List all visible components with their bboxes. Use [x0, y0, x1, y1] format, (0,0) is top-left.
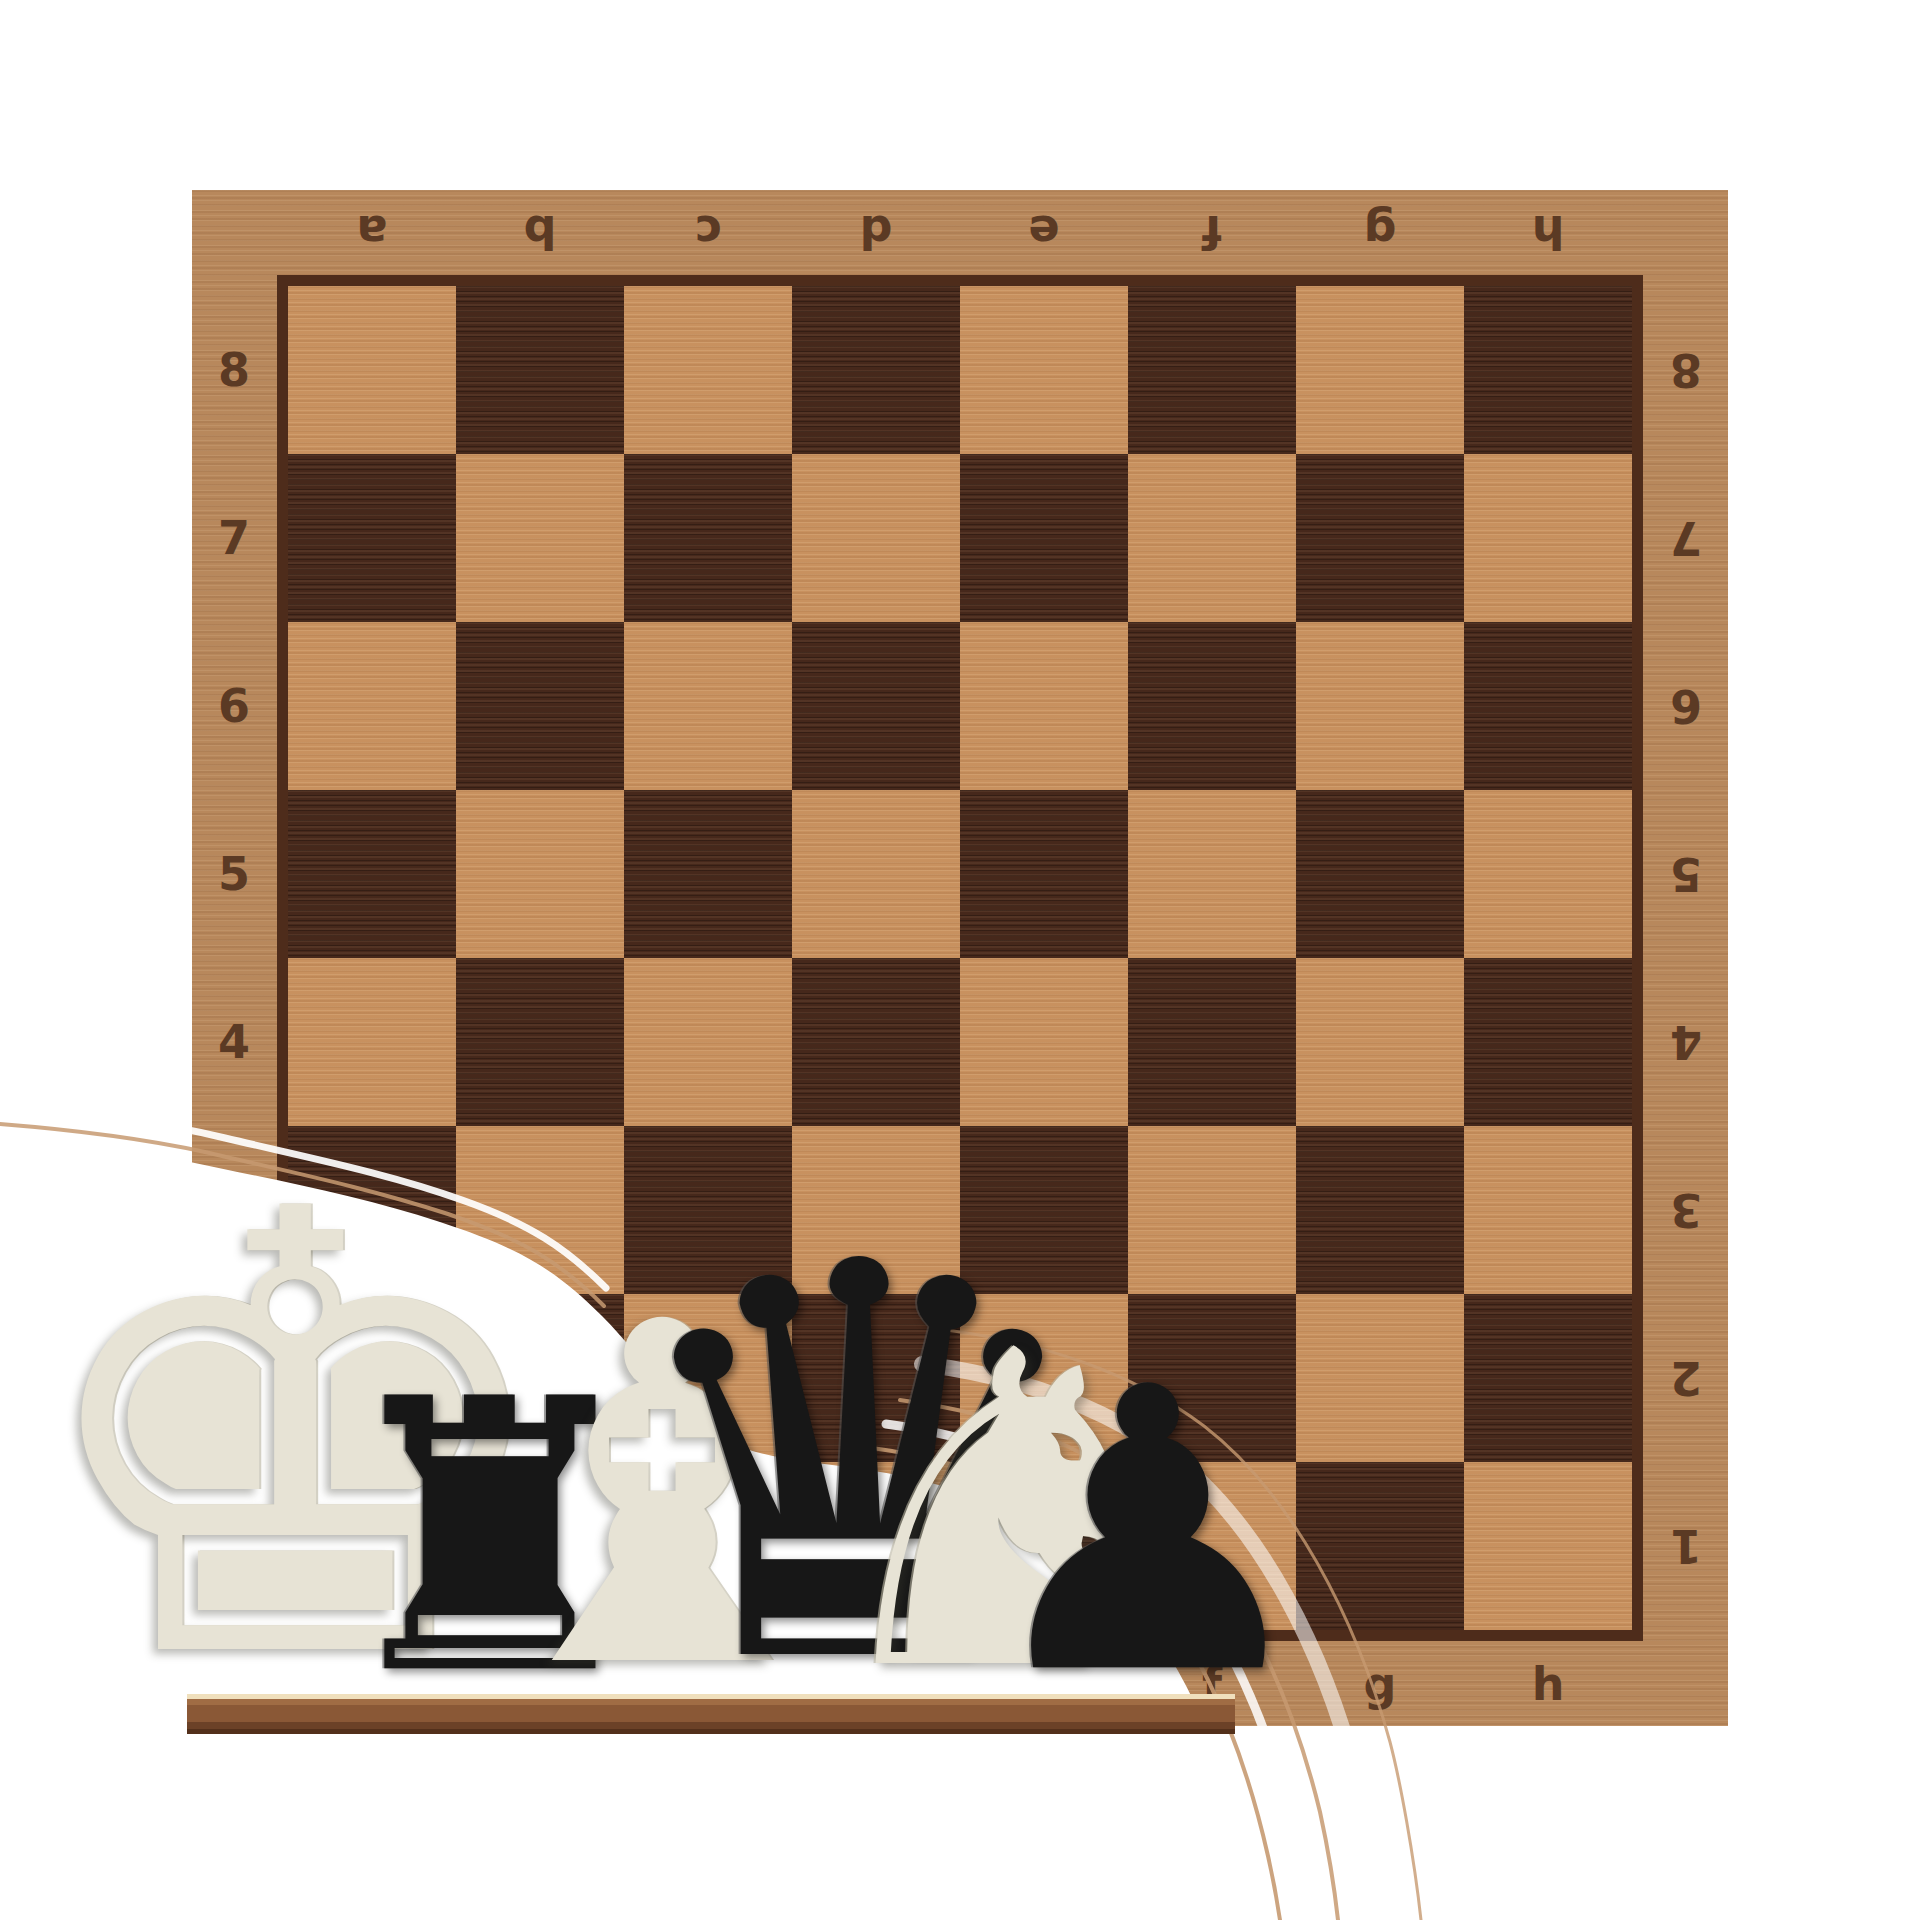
chessboard-poster: aa88bb77cc66dd55ee44ff33gg22hh11 ♚♜♝♛♞♟ — [0, 0, 1920, 1920]
pieces-photo: ♚♜♝♛♞♟ — [0, 0, 1920, 1920]
black-pawn: ♟ — [973, 1337, 1323, 1727]
